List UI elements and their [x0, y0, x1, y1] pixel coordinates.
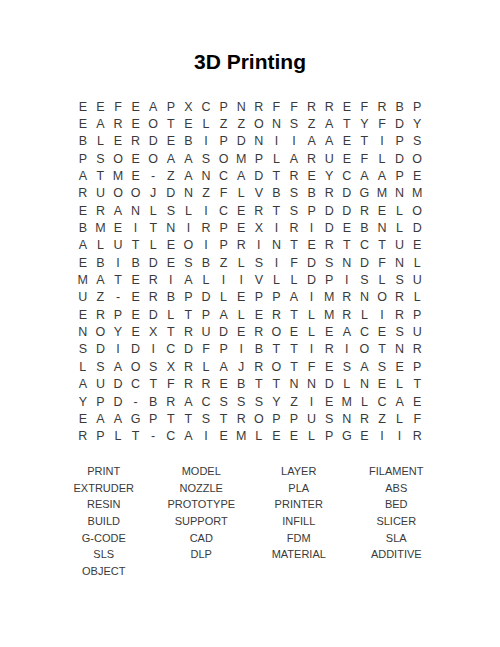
grid-cell-r10c3[interactable]: I [109, 254, 127, 271]
grid-cell-r6c16[interactable]: D [338, 185, 356, 202]
grid-cell-r17c10[interactable]: B [232, 376, 250, 393]
grid-cell-r8c6[interactable]: N [162, 219, 180, 236]
grid-cell-r13c3[interactable]: P [109, 306, 127, 323]
grid-cell-r8c9[interactable]: P [215, 219, 233, 236]
grid-cell-r10c15[interactable]: S [320, 254, 338, 271]
grid-cell-r8c13[interactable]: R [285, 219, 303, 236]
grid-cell-r20c10[interactable]: M [232, 428, 250, 445]
grid-cell-r11c8[interactable]: L [197, 271, 215, 288]
grid-cell-r14c13[interactable]: E [285, 323, 303, 340]
grid-cell-r13c12[interactable]: R [268, 306, 286, 323]
grid-cell-r15c7[interactable]: D [180, 341, 198, 358]
grid-cell-r3c11[interactable]: N [250, 133, 268, 150]
grid-cell-r19c7[interactable]: T [180, 410, 198, 427]
grid-cell-r19c9[interactable]: T [215, 410, 233, 427]
grid-cell-r17c1[interactable]: A [74, 376, 92, 393]
grid-cell-r17c16[interactable]: L [338, 376, 356, 393]
grid-cell-r17c8[interactable]: R [197, 376, 215, 393]
grid-cell-r11c6[interactable]: I [162, 271, 180, 288]
grid-cell-r7c14[interactable]: P [303, 202, 321, 219]
grid-cell-r12c6[interactable]: B [162, 289, 180, 306]
grid-cell-r7c19[interactable]: L [391, 202, 409, 219]
grid-cell-r8c7[interactable]: I [180, 219, 198, 236]
grid-cell-r13c8[interactable]: P [197, 306, 215, 323]
grid-cell-r20c5[interactable]: - [144, 428, 162, 445]
grid-cell-r1c9[interactable]: P [215, 98, 233, 115]
grid-cell-r19c3[interactable]: A [109, 410, 127, 427]
grid-cell-r14c20[interactable]: U [408, 323, 426, 340]
grid-cell-r8c1[interactable]: B [74, 219, 92, 236]
grid-cell-r6c20[interactable]: M [408, 185, 426, 202]
grid-cell-r11c3[interactable]: T [109, 271, 127, 288]
grid-cell-r5c5[interactable]: - [144, 167, 162, 184]
grid-cell-r12c19[interactable]: R [391, 289, 409, 306]
grid-cell-r9c18[interactable]: T [373, 237, 391, 254]
grid-cell-r19c12[interactable]: P [268, 410, 286, 427]
grid-cell-r4c14[interactable]: R [303, 150, 321, 167]
grid-cell-r12c2[interactable]: Z [92, 289, 110, 306]
grid-cell-r12c11[interactable]: P [250, 289, 268, 306]
grid-cell-r18c4[interactable]: - [127, 393, 145, 410]
grid-cell-r15c5[interactable]: I [144, 341, 162, 358]
grid-cell-r8c3[interactable]: E [109, 219, 127, 236]
grid-cell-r8c17[interactable]: B [356, 219, 374, 236]
grid-cell-r2c17[interactable]: Y [356, 115, 374, 132]
grid-cell-r17c14[interactable]: N [303, 376, 321, 393]
grid-cell-r1c5[interactable]: A [144, 98, 162, 115]
grid-cell-r19c15[interactable]: S [320, 410, 338, 427]
grid-cell-r5c4[interactable]: E [127, 167, 145, 184]
grid-cell-r11c2[interactable]: A [92, 271, 110, 288]
grid-cell-r3c6[interactable]: E [162, 133, 180, 150]
grid-cell-r20c6[interactable]: C [162, 428, 180, 445]
grid-cell-r11c12[interactable]: L [268, 271, 286, 288]
grid-cell-r16c12[interactable]: O [268, 358, 286, 375]
grid-cell-r12c12[interactable]: P [268, 289, 286, 306]
grid-cell-r2c16[interactable]: T [338, 115, 356, 132]
grid-cell-r6c14[interactable]: B [303, 185, 321, 202]
grid-cell-r7c16[interactable]: D [338, 202, 356, 219]
grid-cell-r16c20[interactable]: P [408, 358, 426, 375]
grid-cell-r15c4[interactable]: D [127, 341, 145, 358]
grid-cell-r1c18[interactable]: R [373, 98, 391, 115]
grid-cell-r18c20[interactable]: E [408, 393, 426, 410]
grid-cell-r7c17[interactable]: R [356, 202, 374, 219]
grid-cell-r20c1[interactable]: R [74, 428, 92, 445]
grid-cell-r4c20[interactable]: O [408, 150, 426, 167]
grid-cell-r10c4[interactable]: B [127, 254, 145, 271]
grid-cell-r15c6[interactable]: C [162, 341, 180, 358]
grid-cell-r14c12[interactable]: O [268, 323, 286, 340]
grid-cell-r16c19[interactable]: E [391, 358, 409, 375]
grid-cell-r10c6[interactable]: E [162, 254, 180, 271]
grid-cell-r13c4[interactable]: E [127, 306, 145, 323]
grid-cell-r17c7[interactable]: R [180, 376, 198, 393]
grid-cell-r7c20[interactable]: O [408, 202, 426, 219]
grid-cell-r16c6[interactable]: X [162, 358, 180, 375]
grid-cell-r17c12[interactable]: T [268, 376, 286, 393]
grid-cell-r18c12[interactable]: Y [268, 393, 286, 410]
grid-cell-r13c18[interactable]: I [373, 306, 391, 323]
grid-cell-r5c3[interactable]: M [109, 167, 127, 184]
grid-cell-r18c13[interactable]: Z [285, 393, 303, 410]
grid-cell-r15c8[interactable]: F [197, 341, 215, 358]
grid-cell-r15c15[interactable]: R [320, 341, 338, 358]
grid-cell-r9c19[interactable]: U [391, 237, 409, 254]
grid-cell-r5c14[interactable]: E [303, 167, 321, 184]
grid-cell-r9c20[interactable]: E [408, 237, 426, 254]
grid-cell-r19c6[interactable]: T [162, 410, 180, 427]
grid-cell-r5c7[interactable]: A [180, 167, 198, 184]
grid-cell-r15c14[interactable]: I [303, 341, 321, 358]
grid-cell-r16c3[interactable]: A [109, 358, 127, 375]
grid-cell-r16c9[interactable]: A [215, 358, 233, 375]
grid-cell-r9c9[interactable]: P [215, 237, 233, 254]
grid-cell-r13c10[interactable]: L [232, 306, 250, 323]
grid-cell-r10c18[interactable]: F [373, 254, 391, 271]
grid-cell-r2c18[interactable]: F [373, 115, 391, 132]
grid-cell-r13c13[interactable]: T [285, 306, 303, 323]
grid-cell-r7c8[interactable]: I [197, 202, 215, 219]
grid-cell-r16c14[interactable]: F [303, 358, 321, 375]
grid-cell-r18c16[interactable]: M [338, 393, 356, 410]
grid-cell-r9c15[interactable]: R [320, 237, 338, 254]
grid-cell-r11c20[interactable]: U [408, 271, 426, 288]
grid-cell-r11c16[interactable]: I [338, 271, 356, 288]
grid-cell-r3c7[interactable]: B [180, 133, 198, 150]
grid-cell-r19c18[interactable]: Z [373, 410, 391, 427]
grid-cell-r2c15[interactable]: A [320, 115, 338, 132]
grid-cell-r14c14[interactable]: L [303, 323, 321, 340]
grid-cell-r6c2[interactable]: U [92, 185, 110, 202]
grid-cell-r18c9[interactable]: S [215, 393, 233, 410]
grid-cell-r3c12[interactable]: I [268, 133, 286, 150]
grid-cell-r9c3[interactable]: U [109, 237, 127, 254]
grid-cell-r16c17[interactable]: A [356, 358, 374, 375]
grid-cell-r19c10[interactable]: R [232, 410, 250, 427]
grid-cell-r14c4[interactable]: E [127, 323, 145, 340]
grid-cell-r20c7[interactable]: A [180, 428, 198, 445]
grid-cell-r18c2[interactable]: P [92, 393, 110, 410]
grid-cell-r2c19[interactable]: D [391, 115, 409, 132]
grid-cell-r7c15[interactable]: D [320, 202, 338, 219]
grid-cell-r11c19[interactable]: S [391, 271, 409, 288]
grid-cell-r18c5[interactable]: B [144, 393, 162, 410]
grid-cell-r3c15[interactable]: A [320, 133, 338, 150]
grid-cell-r4c10[interactable]: M [232, 150, 250, 167]
grid-cell-r8c12[interactable]: I [268, 219, 286, 236]
grid-cell-r6c4[interactable]: O [127, 185, 145, 202]
grid-cell-r2c4[interactable]: E [127, 115, 145, 132]
grid-cell-r16c13[interactable]: T [285, 358, 303, 375]
grid-cell-r4c5[interactable]: O [144, 150, 162, 167]
grid-cell-r13c19[interactable]: R [391, 306, 409, 323]
grid-cell-r8c2[interactable]: M [92, 219, 110, 236]
grid-cell-r20c9[interactable]: E [215, 428, 233, 445]
grid-cell-r13c14[interactable]: L [303, 306, 321, 323]
grid-cell-r3c18[interactable]: I [373, 133, 391, 150]
grid-cell-r4c6[interactable]: A [162, 150, 180, 167]
grid-cell-r15c20[interactable]: R [408, 341, 426, 358]
grid-cell-r2c13[interactable]: S [285, 115, 303, 132]
grid-cell-r6c3[interactable]: O [109, 185, 127, 202]
grid-cell-r20c15[interactable]: P [320, 428, 338, 445]
grid-cell-r19c13[interactable]: P [285, 410, 303, 427]
grid-cell-r20c19[interactable]: I [391, 428, 409, 445]
grid-cell-r1c11[interactable]: R [250, 98, 268, 115]
grid-cell-r3c9[interactable]: P [215, 133, 233, 150]
grid-cell-r6c13[interactable]: S [285, 185, 303, 202]
grid-cell-r5c11[interactable]: D [250, 167, 268, 184]
grid-cell-r12c13[interactable]: A [285, 289, 303, 306]
grid-cell-r7c11[interactable]: R [250, 202, 268, 219]
grid-cell-r19c20[interactable]: F [408, 410, 426, 427]
grid-cell-r17c19[interactable]: L [391, 376, 409, 393]
grid-cell-r18c11[interactable]: S [250, 393, 268, 410]
grid-cell-r10c13[interactable]: F [285, 254, 303, 271]
grid-cell-r2c8[interactable]: L [197, 115, 215, 132]
grid-cell-r16c1[interactable]: L [74, 358, 92, 375]
grid-cell-r5c9[interactable]: C [215, 167, 233, 184]
grid-cell-r18c8[interactable]: C [197, 393, 215, 410]
grid-cell-r20c4[interactable]: T [127, 428, 145, 445]
grid-cell-r5c18[interactable]: A [373, 167, 391, 184]
grid-cell-r3c16[interactable]: E [338, 133, 356, 150]
grid-cell-r7c6[interactable]: S [162, 202, 180, 219]
grid-cell-r9c4[interactable]: T [127, 237, 145, 254]
grid-cell-r5c1[interactable]: A [74, 167, 92, 184]
grid-cell-r19c19[interactable]: L [391, 410, 409, 427]
grid-cell-r5c10[interactable]: A [232, 167, 250, 184]
grid-cell-r19c4[interactable]: G [127, 410, 145, 427]
grid-cell-r8c20[interactable]: D [408, 219, 426, 236]
grid-cell-r11c4[interactable]: E [127, 271, 145, 288]
grid-cell-r14c17[interactable]: C [356, 323, 374, 340]
grid-cell-r8c10[interactable]: E [232, 219, 250, 236]
grid-cell-r20c18[interactable]: I [373, 428, 391, 445]
grid-cell-r14c5[interactable]: X [144, 323, 162, 340]
grid-cell-r17c6[interactable]: F [162, 376, 180, 393]
grid-cell-r2c12[interactable]: N [268, 115, 286, 132]
grid-cell-r10c10[interactable]: L [232, 254, 250, 271]
grid-cell-r10c19[interactable]: N [391, 254, 409, 271]
grid-cell-r16c10[interactable]: J [232, 358, 250, 375]
grid-cell-r6c8[interactable]: Z [197, 185, 215, 202]
grid-cell-r10c12[interactable]: I [268, 254, 286, 271]
grid-cell-r13c7[interactable]: T [180, 306, 198, 323]
grid-cell-r2c11[interactable]: O [250, 115, 268, 132]
grid-cell-r5c17[interactable]: A [356, 167, 374, 184]
grid-cell-r2c2[interactable]: A [92, 115, 110, 132]
grid-cell-r15c19[interactable]: N [391, 341, 409, 358]
grid-cell-r12c10[interactable]: E [232, 289, 250, 306]
grid-cell-r14c6[interactable]: T [162, 323, 180, 340]
grid-cell-r7c9[interactable]: C [215, 202, 233, 219]
grid-cell-r6c18[interactable]: M [373, 185, 391, 202]
grid-cell-r4c17[interactable]: F [356, 150, 374, 167]
grid-cell-r8c8[interactable]: R [197, 219, 215, 236]
grid-cell-r15c18[interactable]: T [373, 341, 391, 358]
grid-cell-r7c1[interactable]: E [74, 202, 92, 219]
grid-cell-r17c15[interactable]: D [320, 376, 338, 393]
grid-cell-r4c8[interactable]: S [197, 150, 215, 167]
grid-cell-r11c1[interactable]: M [74, 271, 92, 288]
grid-cell-r4c18[interactable]: L [373, 150, 391, 167]
grid-cell-r6c10[interactable]: L [232, 185, 250, 202]
grid-cell-r18c14[interactable]: I [303, 393, 321, 410]
grid-cell-r3c10[interactable]: D [232, 133, 250, 150]
grid-cell-r16c2[interactable]: S [92, 358, 110, 375]
grid-cell-r4c13[interactable]: A [285, 150, 303, 167]
grid-cell-r1c2[interactable]: E [92, 98, 110, 115]
grid-cell-r10c5[interactable]: D [144, 254, 162, 271]
grid-cell-r2c1[interactable]: E [74, 115, 92, 132]
grid-cell-r1c4[interactable]: E [127, 98, 145, 115]
grid-cell-r9c1[interactable]: A [74, 237, 92, 254]
grid-cell-r14c2[interactable]: O [92, 323, 110, 340]
grid-cell-r1c14[interactable]: R [303, 98, 321, 115]
grid-cell-r12c3[interactable]: - [109, 289, 127, 306]
grid-cell-r13c17[interactable]: L [356, 306, 374, 323]
grid-cell-r6c7[interactable]: N [180, 185, 198, 202]
grid-cell-r2c20[interactable]: Y [408, 115, 426, 132]
grid-cell-r8c4[interactable]: I [127, 219, 145, 236]
grid-cell-r16c8[interactable]: L [197, 358, 215, 375]
grid-cell-r4c16[interactable]: E [338, 150, 356, 167]
grid-cell-r3c8[interactable]: I [197, 133, 215, 150]
grid-cell-r14c10[interactable]: E [232, 323, 250, 340]
grid-cell-r4c12[interactable]: L [268, 150, 286, 167]
grid-cell-r14c15[interactable]: E [320, 323, 338, 340]
grid-cell-r7c3[interactable]: A [109, 202, 127, 219]
grid-cell-r20c16[interactable]: G [338, 428, 356, 445]
grid-cell-r13c16[interactable]: R [338, 306, 356, 323]
grid-cell-r12c14[interactable]: I [303, 289, 321, 306]
grid-cell-r7c5[interactable]: L [144, 202, 162, 219]
grid-cell-r5c13[interactable]: R [285, 167, 303, 184]
grid-cell-r12c4[interactable]: E [127, 289, 145, 306]
grid-cell-r3c20[interactable]: S [408, 133, 426, 150]
grid-cell-r6c12[interactable]: B [268, 185, 286, 202]
grid-cell-r14c9[interactable]: D [215, 323, 233, 340]
grid-cell-r5c2[interactable]: T [92, 167, 110, 184]
grid-cell-r12c15[interactable]: M [320, 289, 338, 306]
grid-cell-r3c2[interactable]: L [92, 133, 110, 150]
grid-cell-r11c14[interactable]: D [303, 271, 321, 288]
grid-cell-r18c19[interactable]: A [391, 393, 409, 410]
grid-cell-r11c15[interactable]: P [320, 271, 338, 288]
grid-cell-r14c11[interactable]: R [250, 323, 268, 340]
grid-cell-r1c19[interactable]: B [391, 98, 409, 115]
grid-cell-r9c10[interactable]: R [232, 237, 250, 254]
grid-cell-r14c19[interactable]: S [391, 323, 409, 340]
grid-cell-r9c14[interactable]: E [303, 237, 321, 254]
grid-cell-r10c1[interactable]: E [74, 254, 92, 271]
grid-cell-r1c3[interactable]: F [109, 98, 127, 115]
grid-cell-r9c17[interactable]: C [356, 237, 374, 254]
grid-cell-r4c2[interactable]: S [92, 150, 110, 167]
grid-cell-r8c11[interactable]: X [250, 219, 268, 236]
grid-cell-r13c9[interactable]: A [215, 306, 233, 323]
grid-cell-r2c14[interactable]: Z [303, 115, 321, 132]
grid-cell-r17c9[interactable]: E [215, 376, 233, 393]
grid-cell-r17c17[interactable]: N [356, 376, 374, 393]
grid-cell-r15c3[interactable]: I [109, 341, 127, 358]
grid-cell-r17c4[interactable]: C [127, 376, 145, 393]
grid-cell-r18c7[interactable]: A [180, 393, 198, 410]
grid-cell-r4c1[interactable]: P [74, 150, 92, 167]
grid-cell-r13c11[interactable]: E [250, 306, 268, 323]
grid-cell-r9c13[interactable]: T [285, 237, 303, 254]
grid-cell-r20c11[interactable]: L [250, 428, 268, 445]
grid-cell-r6c17[interactable]: G [356, 185, 374, 202]
grid-cell-r1c17[interactable]: F [356, 98, 374, 115]
grid-cell-r13c5[interactable]: D [144, 306, 162, 323]
grid-cell-r15c1[interactable]: S [74, 341, 92, 358]
grid-cell-r10c7[interactable]: S [180, 254, 198, 271]
grid-cell-r13c6[interactable]: L [162, 306, 180, 323]
grid-cell-r13c20[interactable]: P [408, 306, 426, 323]
grid-cell-r12c18[interactable]: O [373, 289, 391, 306]
grid-cell-r4c9[interactable]: O [215, 150, 233, 167]
grid-cell-r10c17[interactable]: D [356, 254, 374, 271]
grid-cell-r11c17[interactable]: S [356, 271, 374, 288]
grid-cell-r19c1[interactable]: E [74, 410, 92, 427]
grid-cell-r14c7[interactable]: R [180, 323, 198, 340]
grid-cell-r5c12[interactable]: T [268, 167, 286, 184]
grid-cell-r10c8[interactable]: B [197, 254, 215, 271]
grid-cell-r14c8[interactable]: U [197, 323, 215, 340]
grid-cell-r17c3[interactable]: D [109, 376, 127, 393]
grid-cell-r18c18[interactable]: C [373, 393, 391, 410]
grid-cell-r6c15[interactable]: R [320, 185, 338, 202]
grid-cell-r8c16[interactable]: E [338, 219, 356, 236]
grid-cell-r13c1[interactable]: E [74, 306, 92, 323]
grid-cell-r19c16[interactable]: N [338, 410, 356, 427]
grid-cell-r8c19[interactable]: L [391, 219, 409, 236]
grid-cell-r5c6[interactable]: Z [162, 167, 180, 184]
grid-cell-r4c7[interactable]: A [180, 150, 198, 167]
grid-cell-r1c12[interactable]: F [268, 98, 286, 115]
grid-cell-r9c16[interactable]: T [338, 237, 356, 254]
grid-cell-r8c14[interactable]: I [303, 219, 321, 236]
grid-cell-r1c16[interactable]: E [338, 98, 356, 115]
grid-cell-r10c9[interactable]: Z [215, 254, 233, 271]
grid-cell-r6c19[interactable]: N [391, 185, 409, 202]
grid-cell-r16c4[interactable]: O [127, 358, 145, 375]
grid-cell-r6c6[interactable]: D [162, 185, 180, 202]
grid-cell-r14c18[interactable]: E [373, 323, 391, 340]
grid-cell-r9c8[interactable]: I [197, 237, 215, 254]
grid-cell-r12c20[interactable]: L [408, 289, 426, 306]
grid-cell-r18c6[interactable]: R [162, 393, 180, 410]
grid-cell-r7c10[interactable]: E [232, 202, 250, 219]
grid-cell-r19c11[interactable]: O [250, 410, 268, 427]
grid-cell-r14c3[interactable]: Y [109, 323, 127, 340]
grid-cell-r11c5[interactable]: R [144, 271, 162, 288]
grid-cell-r17c13[interactable]: N [285, 376, 303, 393]
grid-cell-r20c20[interactable]: R [408, 428, 426, 445]
grid-cell-r18c1[interactable]: Y [74, 393, 92, 410]
grid-cell-r15c13[interactable]: T [285, 341, 303, 358]
grid-cell-r9c11[interactable]: I [250, 237, 268, 254]
grid-cell-r2c7[interactable]: E [180, 115, 198, 132]
grid-cell-r1c7[interactable]: X [180, 98, 198, 115]
grid-cell-r15c12[interactable]: T [268, 341, 286, 358]
grid-cell-r7c13[interactable]: S [285, 202, 303, 219]
grid-cell-r8c18[interactable]: N [373, 219, 391, 236]
grid-cell-r16c5[interactable]: S [144, 358, 162, 375]
